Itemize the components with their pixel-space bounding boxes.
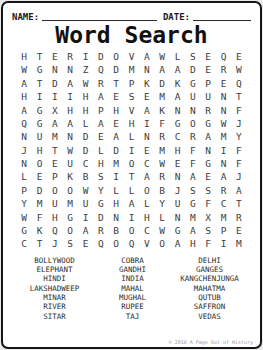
grid-cell-r12c7: H <box>108 197 123 210</box>
grid-cell-r2c2: G <box>32 63 47 76</box>
grid-cell-r8c6: L <box>93 144 108 157</box>
grid-cell-r9c4: U <box>62 157 77 170</box>
grid-cell-r1c11: L <box>170 50 185 63</box>
grid-cell-r6c2: G <box>32 117 47 130</box>
grid-cell-r15c10: O <box>154 237 169 250</box>
grid-cell-r4c10: M <box>154 90 169 103</box>
grid-cell-r15c8: Q <box>124 237 139 250</box>
grid-cell-r14c6: R <box>93 224 108 237</box>
grid-cell-r1c15: E <box>231 50 246 63</box>
grid-cell-r9c5: C <box>78 157 93 170</box>
grid-cell-r1c3: E <box>47 50 62 63</box>
grid-cell-r7c12: R <box>185 130 200 143</box>
grid-cell-r10c12: A <box>185 171 200 184</box>
word-list-item-india: INDIA <box>104 274 162 283</box>
grid-cell-r15c9: V <box>139 237 154 250</box>
grid-cell-r11c14: R <box>216 184 231 197</box>
grid-cell-r10c13: E <box>200 171 215 184</box>
grid-cell-r1c7: O <box>108 50 123 63</box>
grid-cell-r11c6: Y <box>93 184 108 197</box>
grid-cell-r14c10: W <box>154 224 169 237</box>
grid-cell-r12c2: M <box>32 197 47 210</box>
word-list-item-cobra: COBRA <box>104 256 162 265</box>
grid-cell-r9c2: O <box>32 157 47 170</box>
grid-cell-r4c15: T <box>231 90 246 103</box>
grid-cell-r14c12: A <box>185 224 200 237</box>
grid-cell-r11c3: O <box>47 184 62 197</box>
word-search-grid: HTERIDOVAWLSEQEWGNNZQDMNAADERWATDAWRTPKD… <box>17 50 247 251</box>
grid-cell-r2c1: W <box>17 63 32 76</box>
grid-cell-r3c3: D <box>47 77 62 90</box>
grid-cell-r6c12: O <box>185 117 200 130</box>
grid-cell-r6c8: H <box>124 117 139 130</box>
grid-cell-r12c12: G <box>185 197 200 210</box>
word-list-item-river: RIVER <box>6 302 104 311</box>
grid-cell-r15c2: T <box>32 237 47 250</box>
grid-cell-r1c6: D <box>93 50 108 63</box>
grid-cell-r12c6: G <box>93 197 108 210</box>
grid-cell-r9c3: E <box>47 157 62 170</box>
grid-cell-r8c15: F <box>231 144 246 157</box>
grid-cell-r3c15: Q <box>231 77 246 90</box>
grid-cell-r11c15: A <box>231 184 246 197</box>
grid-cell-r14c9: C <box>139 224 154 237</box>
grid-cell-r8c9: E <box>139 144 154 157</box>
word-list-item-rupee: RUPEE <box>104 302 162 311</box>
grid-cell-r3c5: W <box>78 77 93 90</box>
grid-cell-r14c15: E <box>231 224 246 237</box>
grid-cell-r9c11: E <box>170 157 185 170</box>
grid-cell-r9c13: G <box>200 157 215 170</box>
grid-cell-r8c5: D <box>78 144 93 157</box>
grid-cell-r6c11: G <box>170 117 185 130</box>
grid-cell-r1c13: E <box>200 50 215 63</box>
grid-cell-r1c5: I <box>78 50 93 63</box>
grid-cell-r2c3: N <box>47 63 62 76</box>
grid-cell-r4c12: U <box>185 90 200 103</box>
grid-cell-r7c2: U <box>32 130 47 143</box>
grid-cell-r13c2: F <box>32 211 47 224</box>
grid-cell-r1c12: S <box>185 50 200 63</box>
copyright-text: © 2016 A Page Out of History <box>169 339 253 345</box>
grid-cell-r13c15: R <box>231 211 246 224</box>
grid-cell-r5c15: F <box>231 104 246 117</box>
grid-cell-r6c15: J <box>231 117 246 130</box>
grid-cell-r3c6: R <box>93 77 108 90</box>
grid-cell-r8c12: F <box>185 144 200 157</box>
grid-cell-r10c7: I <box>108 171 123 184</box>
grid-cell-r11c4: O <box>62 184 77 197</box>
grid-cell-r11c1: P <box>17 184 32 197</box>
word-list-item-minar: MINAR <box>6 293 104 302</box>
grid-cell-r14c5: A <box>78 224 93 237</box>
grid-cell-r6c13: G <box>200 117 215 130</box>
grid-cell-r13c9: H <box>139 211 154 224</box>
grid-cell-r10c5: B <box>78 171 93 184</box>
grid-cell-r11c7: L <box>108 184 123 197</box>
grid-cell-r6c5: L <box>78 117 93 130</box>
worksheet-page: NAME: DATE: Word Search HTERIDOVAWLSEQEW… <box>1 1 262 349</box>
grid-cell-r8c14: I <box>216 144 231 157</box>
grid-cell-r12c4: M <box>62 197 77 210</box>
grid-cell-r7c15: Y <box>231 130 246 143</box>
grid-cell-r12c13: F <box>200 197 215 210</box>
grid-cell-r2c11: A <box>170 63 185 76</box>
grid-cell-r5c4: H <box>62 104 77 117</box>
grid-cell-r7c7: A <box>108 130 123 143</box>
grid-cell-r4c11: A <box>170 90 185 103</box>
word-list-item-saffron: SAFFRON <box>162 302 258 311</box>
grid-cell-r11c11: J <box>170 184 185 197</box>
grid-cell-r6c1: Q <box>17 117 32 130</box>
grid-cell-r11c12: S <box>185 184 200 197</box>
grid-cell-r7c1: N <box>17 130 32 143</box>
grid-cell-r10c8: T <box>124 171 139 184</box>
grid-cell-r7c3: M <box>47 130 62 143</box>
grid-cell-r5c1: A <box>17 104 32 117</box>
grid-cell-r11c9: O <box>139 184 154 197</box>
grid-cell-r2c6: Q <box>93 63 108 76</box>
grid-cell-r1c14: Q <box>216 50 231 63</box>
grid-cell-r7c14: M <box>216 130 231 143</box>
grid-cell-r13c1: W <box>17 211 32 224</box>
grid-cell-r2c5: Z <box>78 63 93 76</box>
grid-cell-r2c12: D <box>185 63 200 76</box>
grid-cell-r13c11: N <box>170 211 185 224</box>
word-list-item-qutub: QUTUB <box>162 293 258 302</box>
word-list-item-lakshadweep: LAKSHADWEEP <box>6 284 104 293</box>
grid-cell-r10c10: R <box>154 171 169 184</box>
grid-cell-r3c10: D <box>154 77 169 90</box>
word-list-item-taj: TAJ <box>104 312 162 321</box>
word-list-item-gandhi: GANDHI <box>104 265 162 274</box>
grid-cell-r4c6: A <box>93 90 108 103</box>
word-list-item-sitar: SITAR <box>6 312 104 321</box>
grid-cell-r5c6: P <box>93 104 108 117</box>
grid-cell-r5c7: H <box>108 104 123 117</box>
word-list-item-kangchenjunga: KANGCHENJUNGA <box>162 274 258 283</box>
word-list-item-mahatma: MAHATMA <box>162 284 258 293</box>
name-date-header: NAME: DATE: <box>3 3 260 22</box>
grid-cell-r10c6: S <box>93 171 108 184</box>
grid-cell-r10c15: J <box>231 171 246 184</box>
grid-cell-r5c3: X <box>47 104 62 117</box>
grid-cell-r4c3: I <box>47 90 62 103</box>
grid-cell-r15c11: A <box>170 237 185 250</box>
grid-cell-r6c10: F <box>154 117 169 130</box>
grid-cell-r12c15: T <box>231 197 246 210</box>
grid-cell-r4c8: S <box>124 90 139 103</box>
grid-cell-r11c8: L <box>124 184 139 197</box>
grid-cell-r8c4: W <box>62 144 77 157</box>
grid-cell-r10c2: E <box>32 171 47 184</box>
grid-cell-r4c5: H <box>78 90 93 103</box>
grid-cell-r14c1: G <box>17 224 32 237</box>
grid-cell-r10c14: A <box>216 171 231 184</box>
word-list-item-bollywood: BOLLYWOOD <box>6 256 104 265</box>
grid-cell-r8c10: M <box>154 144 169 157</box>
word-list: BOLLYWOODCOBRADELHIELEPHANTGANDHIGANGESH… <box>6 256 258 321</box>
grid-cell-r15c6: Q <box>93 237 108 250</box>
grid-cell-r9c6: H <box>93 157 108 170</box>
grid-cell-r9c1: N <box>17 157 32 170</box>
grid-cell-r15c1: C <box>17 237 32 250</box>
grid-cell-r13c12: M <box>185 211 200 224</box>
grid-cell-r13c10: L <box>154 211 169 224</box>
grid-cell-r13c4: G <box>62 211 77 224</box>
grid-cell-r8c13: N <box>200 144 215 157</box>
grid-cell-r5c10: K <box>154 104 169 117</box>
grid-cell-r3c11: K <box>170 77 185 90</box>
grid-cell-r8c3: T <box>47 144 62 157</box>
grid-cell-r5c9: A <box>139 104 154 117</box>
grid-cell-r10c1: L <box>17 171 32 184</box>
grid-cell-r3c13: P <box>200 77 215 90</box>
word-list-item-ganges: GANGES <box>162 265 258 274</box>
grid-cell-r7c4: N <box>62 130 77 143</box>
grid-cell-r7c9: N <box>139 130 154 143</box>
grid-cell-r14c7: B <box>108 224 123 237</box>
grid-cell-r4c14: N <box>216 90 231 103</box>
grid-cell-r5c12: N <box>185 104 200 117</box>
grid-cell-r14c4: O <box>62 224 77 237</box>
grid-cell-r5c13: R <box>200 104 215 117</box>
grid-cell-r14c3: Q <box>47 224 62 237</box>
grid-cell-r12c9: L <box>139 197 154 210</box>
word-list-item-elephant: ELEPHANT <box>6 265 104 274</box>
grid-cell-r15c5: E <box>78 237 93 250</box>
grid-cell-r5c14: N <box>216 104 231 117</box>
grid-cell-r10c3: P <box>47 171 62 184</box>
grid-cell-r1c1: H <box>17 50 32 63</box>
grid-cell-r1c10: W <box>154 50 169 63</box>
grid-cell-r5c8: V <box>124 104 139 117</box>
grid-cell-r12c8: A <box>124 197 139 210</box>
grid-cell-r10c4: K <box>62 171 77 184</box>
grid-cell-r2c8: M <box>124 63 139 76</box>
grid-cell-r6c9: I <box>139 117 154 130</box>
grid-cell-r3c2: T <box>32 77 47 90</box>
grid-cell-r13c13: X <box>200 211 215 224</box>
grid-cell-r14c11: G <box>170 224 185 237</box>
grid-cell-r1c2: T <box>32 50 47 63</box>
grid-cell-r7c10: R <box>154 130 169 143</box>
grid-cell-r8c2: H <box>32 144 47 157</box>
grid-cell-r9c14: N <box>216 157 231 170</box>
grid-cell-r4c4: I <box>62 90 77 103</box>
grid-cell-r9c10: W <box>154 157 169 170</box>
grid-cell-r15c3: J <box>47 237 62 250</box>
grid-cell-r13c3: H <box>47 211 62 224</box>
grid-cell-r8c1: J <box>17 144 32 157</box>
grid-cell-r6c3: A <box>47 117 62 130</box>
grid-cell-r5c2: G <box>32 104 47 117</box>
grid-cell-r10c11: N <box>170 171 185 184</box>
grid-cell-r12c10: Y <box>154 197 169 210</box>
grid-cell-r2c7: D <box>108 63 123 76</box>
grid-cell-r15c12: H <box>185 237 200 250</box>
grid-cell-r3c1: A <box>17 77 32 90</box>
word-list-item-mughal: MUGHAL <box>104 293 162 302</box>
grid-cell-r7c5: D <box>78 130 93 143</box>
word-list-item-hindi: HINDI <box>6 274 104 283</box>
name-input-line[interactable] <box>42 10 157 21</box>
grid-cell-r10c9: A <box>139 171 154 184</box>
grid-cell-r14c8: O <box>124 224 139 237</box>
grid-cell-r4c1: H <box>17 90 32 103</box>
grid-cell-r1c8: V <box>124 50 139 63</box>
grid-cell-r2c9: N <box>139 63 154 76</box>
grid-cell-r12c1: Y <box>17 197 32 210</box>
grid-cell-r4c7: E <box>108 90 123 103</box>
grid-cell-r3c7: T <box>108 77 123 90</box>
grid-cell-r1c4: R <box>62 50 77 63</box>
grid-cell-r1c9: A <box>139 50 154 63</box>
grid-cell-r2c13: E <box>200 63 215 76</box>
grid-cell-r9c7: M <box>108 157 123 170</box>
name-label: NAME: <box>12 12 39 22</box>
grid-cell-r12c5: U <box>78 197 93 210</box>
grid-cell-r15c4: S <box>62 237 77 250</box>
grid-cell-r6c4: A <box>62 117 77 130</box>
date-label: DATE: <box>163 12 190 22</box>
grid-cell-r6c7: E <box>108 117 123 130</box>
word-list-item-delhi: DELHI <box>162 256 258 265</box>
grid-cell-r8c8: I <box>124 144 139 157</box>
grid-cell-r15c15: M <box>231 237 246 250</box>
grid-cell-r13c6: D <box>93 211 108 224</box>
grid-cell-r7c8: L <box>124 130 139 143</box>
grid-cell-r15c7: O <box>108 237 123 250</box>
grid-cell-r7c11: C <box>170 130 185 143</box>
grid-cell-r9c15: F <box>231 157 246 170</box>
grid-cell-r9c8: O <box>124 157 139 170</box>
grid-cell-r12c14: C <box>216 197 231 210</box>
date-input-line[interactable] <box>193 10 251 21</box>
grid-cell-r8c7: D <box>108 144 123 157</box>
grid-cell-r2c10: A <box>154 63 169 76</box>
grid-cell-r7c13: A <box>200 130 215 143</box>
grid-cell-r12c3: U <box>47 197 62 210</box>
grid-cell-r3c9: K <box>139 77 154 90</box>
page-title: Word Search <box>3 22 260 48</box>
grid-cell-r8c11: H <box>170 144 185 157</box>
word-list-item-mahal: MAHAL <box>104 284 162 293</box>
grid-cell-r14c2: K <box>32 224 47 237</box>
grid-cell-r13c14: M <box>216 211 231 224</box>
grid-cell-r5c5: H <box>78 104 93 117</box>
grid-cell-r12c11: U <box>170 197 185 210</box>
grid-cell-r5c11: N <box>170 104 185 117</box>
grid-cell-r2c4: N <box>62 63 77 76</box>
grid-cell-r4c9: E <box>139 90 154 103</box>
grid-cell-r4c2: I <box>32 90 47 103</box>
grid-cell-r13c5: I <box>78 211 93 224</box>
grid-cell-r7c6: E <box>93 130 108 143</box>
word-list-item-vedas: VEDAS <box>162 312 258 321</box>
grid-cell-r15c14: I <box>216 237 231 250</box>
grid-cell-r11c2: D <box>32 184 47 197</box>
grid-cell-r15c13: F <box>200 237 215 250</box>
grid-cell-r6c6: A <box>93 117 108 130</box>
grid-cell-r3c14: E <box>216 77 231 90</box>
grid-cell-r11c5: W <box>78 184 93 197</box>
grid-cell-r11c10: B <box>154 184 169 197</box>
grid-cell-r3c12: G <box>185 77 200 90</box>
grid-cell-r3c4: A <box>62 77 77 90</box>
grid-cell-r11c13: S <box>200 184 215 197</box>
grid-cell-r3c8: P <box>124 77 139 90</box>
grid-cell-r2c15: W <box>231 63 246 76</box>
grid-cell-r14c13: S <box>200 224 215 237</box>
grid-cell-r9c12: F <box>185 157 200 170</box>
grid-cell-r13c8: I <box>124 211 139 224</box>
grid-cell-r13c7: N <box>108 211 123 224</box>
grid-cell-r14c14: P <box>216 224 231 237</box>
grid-cell-r4c13: U <box>200 90 215 103</box>
grid-cell-r6c14: W <box>216 117 231 130</box>
grid-cell-r2c14: R <box>216 63 231 76</box>
grid-cell-r9c9: C <box>139 157 154 170</box>
